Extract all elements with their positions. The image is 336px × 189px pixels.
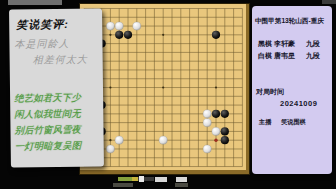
white-player-name: 唐韦星 xyxy=(274,51,306,61)
stone-white xyxy=(133,22,141,30)
stone-white xyxy=(203,110,211,118)
board-grid xyxy=(80,4,246,170)
star-point xyxy=(109,139,111,141)
stone-white xyxy=(212,127,220,135)
stone-white xyxy=(203,119,211,127)
game-time-label: 对局时间 xyxy=(256,87,284,97)
poem-line-4: 一灯明暗复吴图 xyxy=(15,140,82,154)
poem-line-3: 别后竹窗风雪夜 xyxy=(14,124,81,138)
match-info-panel: 中围甲第13轮山西-重庆 黑棋 李轩豪 九段 白棋 唐韦星 九段 对局时间 20… xyxy=(252,6,332,174)
stone-white xyxy=(159,136,167,144)
star-point xyxy=(162,86,164,88)
last-move-marker xyxy=(214,139,217,142)
white-player-row: 白棋 唐韦星 九段 xyxy=(258,51,328,61)
black-player-rank: 九段 xyxy=(306,39,322,49)
white-player-rank: 九段 xyxy=(306,51,322,61)
star-point xyxy=(215,86,217,88)
stone-white xyxy=(203,145,211,153)
stone-black xyxy=(221,110,229,118)
match-title: 中围甲第13轮山西-重庆 xyxy=(255,17,330,26)
toolbar-lower-button-right[interactable] xyxy=(175,183,188,187)
toolbar-button-box[interactable] xyxy=(176,177,187,182)
go-board xyxy=(80,4,249,174)
note-title: 笑说笑评: xyxy=(16,17,69,33)
toolbar-lower-button-left[interactable] xyxy=(113,183,133,187)
poem-line-2: 闲人似我世间无 xyxy=(14,108,81,122)
host-row: 主播 笑说围棋 xyxy=(259,118,327,127)
move-counter-box[interactable] xyxy=(155,177,167,182)
black-label: 黑棋 xyxy=(258,39,274,49)
star-point xyxy=(109,34,111,36)
note-subline-2: 相差何太大 xyxy=(33,53,88,68)
stone-white xyxy=(115,136,123,144)
stone-black xyxy=(115,31,123,39)
note-subline-1: 本是同龄人 xyxy=(14,37,69,52)
black-player-name: 李轩豪 xyxy=(274,39,306,49)
game-date: 20241009 xyxy=(280,99,317,108)
stone-white xyxy=(115,22,123,30)
host-label: 主播 xyxy=(259,118,281,127)
black-player-row: 黑棋 李轩豪 九段 xyxy=(258,39,328,49)
playback-slider-thumb[interactable] xyxy=(139,176,144,182)
stone-black xyxy=(212,31,220,39)
star-point xyxy=(109,86,111,88)
playback-slider-fill xyxy=(118,177,132,181)
poem-line-1: 绝艺如君天下少 xyxy=(14,92,81,106)
stone-black xyxy=(221,127,229,135)
stone-white xyxy=(106,22,114,30)
stone-black xyxy=(124,31,132,39)
host-name: 笑说围棋 xyxy=(281,118,306,127)
stone-white xyxy=(106,145,114,153)
window-titlebar-fragment xyxy=(8,0,62,5)
star-point xyxy=(162,34,164,36)
playback-slider-buffer xyxy=(132,177,138,181)
window-corner-fragment xyxy=(322,0,336,4)
stone-black xyxy=(221,136,229,144)
stone-black xyxy=(212,110,220,118)
white-label: 白棋 xyxy=(258,51,274,61)
commentary-note-panel: 笑说笑评: 本是同龄人 相差何太大 绝艺如君天下少 闲人似我世间无 别后竹窗风雪… xyxy=(9,8,104,167)
